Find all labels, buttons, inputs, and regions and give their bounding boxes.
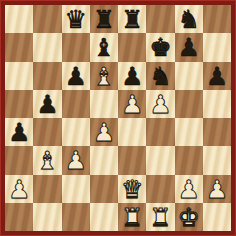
square-e4[interactable]: [118, 118, 146, 146]
white-pawn-g2[interactable]: ♟: [177, 175, 199, 203]
square-b8[interactable]: [33, 5, 61, 33]
white-king-g1[interactable]: ♚: [177, 203, 199, 231]
square-c5[interactable]: [62, 90, 90, 118]
square-g7[interactable]: ♟: [175, 33, 203, 61]
square-c7[interactable]: [62, 33, 90, 61]
white-bishop-d6[interactable]: ♝: [93, 62, 115, 90]
square-a2[interactable]: ♟: [5, 175, 33, 203]
white-rook-f1[interactable]: ♜: [149, 203, 171, 231]
square-b1[interactable]: [33, 203, 61, 231]
square-g5[interactable]: [175, 90, 203, 118]
white-pawn-c3[interactable]: ♟: [64, 147, 86, 175]
square-c3[interactable]: ♟: [62, 146, 90, 174]
square-g8[interactable]: ♞: [175, 5, 203, 33]
white-pawn-h2[interactable]: ♟: [206, 175, 228, 203]
square-h3[interactable]: [203, 146, 231, 174]
square-b5[interactable]: ♟: [33, 90, 61, 118]
white-bishop-b3[interactable]: ♝: [36, 147, 58, 175]
square-e5[interactable]: ♟: [118, 90, 146, 118]
square-g1[interactable]: ♚: [175, 203, 203, 231]
square-h8[interactable]: [203, 5, 231, 33]
square-e2[interactable]: ♛: [118, 175, 146, 203]
square-g2[interactable]: ♟: [175, 175, 203, 203]
square-c4[interactable]: [62, 118, 90, 146]
square-g3[interactable]: [175, 146, 203, 174]
square-a4[interactable]: ♟: [5, 118, 33, 146]
square-h5[interactable]: [203, 90, 231, 118]
square-e8[interactable]: ♜: [118, 5, 146, 33]
square-a7[interactable]: [5, 33, 33, 61]
square-d2[interactable]: [90, 175, 118, 203]
square-g4[interactable]: [175, 118, 203, 146]
square-e7[interactable]: [118, 33, 146, 61]
black-king-f7[interactable]: ♚: [149, 34, 171, 62]
square-c2[interactable]: [62, 175, 90, 203]
black-bishop-d7[interactable]: ♝: [93, 34, 115, 62]
black-pawn-g7[interactable]: ♟: [177, 34, 199, 62]
white-queen-e2[interactable]: ♛: [121, 175, 143, 203]
black-pawn-h6[interactable]: ♟: [206, 62, 228, 90]
square-c1[interactable]: [62, 203, 90, 231]
square-d4[interactable]: ♟: [90, 118, 118, 146]
square-d3[interactable]: [90, 146, 118, 174]
chess-board-frame: ♛♜♜♞♝♚♟♟♝♟♞♟♟♟♟♟♟♝♟♟♛♟♟♜♜♚: [0, 0, 236, 236]
square-b4[interactable]: [33, 118, 61, 146]
square-a5[interactable]: [5, 90, 33, 118]
square-f8[interactable]: [146, 5, 174, 33]
square-b7[interactable]: [33, 33, 61, 61]
black-pawn-a4[interactable]: ♟: [8, 119, 30, 147]
square-f1[interactable]: ♜: [146, 203, 174, 231]
square-a3[interactable]: [5, 146, 33, 174]
square-e6[interactable]: ♟: [118, 62, 146, 90]
square-h2[interactable]: ♟: [203, 175, 231, 203]
white-pawn-f5[interactable]: ♟: [149, 90, 171, 118]
square-h7[interactable]: [203, 33, 231, 61]
white-pawn-d4[interactable]: ♟: [93, 119, 115, 147]
black-rook-d8[interactable]: ♜: [93, 6, 115, 34]
black-pawn-e6[interactable]: ♟: [121, 62, 143, 90]
black-queen-c8[interactable]: ♛: [64, 6, 86, 34]
square-d1[interactable]: [90, 203, 118, 231]
square-a6[interactable]: [5, 62, 33, 90]
square-b3[interactable]: ♝: [33, 146, 61, 174]
square-a8[interactable]: [5, 5, 33, 33]
square-d7[interactable]: ♝: [90, 33, 118, 61]
black-pawn-c6[interactable]: ♟: [64, 62, 86, 90]
square-b6[interactable]: [33, 62, 61, 90]
square-g6[interactable]: [175, 62, 203, 90]
square-f3[interactable]: [146, 146, 174, 174]
square-d6[interactable]: ♝: [90, 62, 118, 90]
square-c6[interactable]: ♟: [62, 62, 90, 90]
square-f6[interactable]: ♞: [146, 62, 174, 90]
square-d8[interactable]: ♜: [90, 5, 118, 33]
black-knight-f6[interactable]: ♞: [149, 62, 171, 90]
square-e3[interactable]: [118, 146, 146, 174]
square-b2[interactable]: [33, 175, 61, 203]
black-rook-e8[interactable]: ♜: [121, 6, 143, 34]
black-pawn-b5[interactable]: ♟: [36, 90, 58, 118]
square-f2[interactable]: [146, 175, 174, 203]
black-knight-g8[interactable]: ♞: [177, 6, 199, 34]
square-f7[interactable]: ♚: [146, 33, 174, 61]
square-f4[interactable]: [146, 118, 174, 146]
square-f5[interactable]: ♟: [146, 90, 174, 118]
square-c8[interactable]: ♛: [62, 5, 90, 33]
square-h6[interactable]: ♟: [203, 62, 231, 90]
square-a1[interactable]: [5, 203, 33, 231]
white-rook-e1[interactable]: ♜: [121, 203, 143, 231]
square-e1[interactable]: ♜: [118, 203, 146, 231]
square-h1[interactable]: [203, 203, 231, 231]
chess-board: ♛♜♜♞♝♚♟♟♝♟♞♟♟♟♟♟♟♝♟♟♛♟♟♜♜♚: [5, 5, 231, 231]
square-d5[interactable]: [90, 90, 118, 118]
white-pawn-a2[interactable]: ♟: [8, 175, 30, 203]
white-pawn-e5[interactable]: ♟: [121, 90, 143, 118]
square-h4[interactable]: [203, 118, 231, 146]
